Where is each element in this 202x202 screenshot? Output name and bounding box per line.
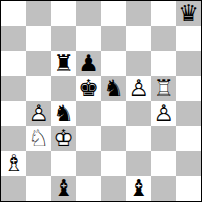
square-g7[interactable] — [151, 26, 176, 51]
square-c2[interactable] — [51, 151, 76, 176]
square-c1[interactable]: ♝ — [51, 176, 76, 201]
piece-white-pawn: ♟♙ — [151, 101, 176, 126]
square-d7[interactable] — [76, 26, 101, 51]
square-a8[interactable] — [1, 1, 26, 26]
square-f7[interactable] — [126, 26, 151, 51]
square-b8[interactable] — [26, 1, 51, 26]
piece-black-bishop: ♝ — [126, 176, 151, 201]
chess-board: ♛♜♟♚♞♟♙♜♖♟♙♞♟♙♞♘♚♔♝♗♝♝ — [0, 0, 202, 202]
square-h4[interactable] — [176, 101, 201, 126]
square-b2[interactable] — [26, 151, 51, 176]
square-b4[interactable]: ♟♙ — [26, 101, 51, 126]
square-a5[interactable] — [1, 76, 26, 101]
square-a7[interactable] — [1, 26, 26, 51]
square-c8[interactable] — [51, 1, 76, 26]
square-d1[interactable] — [76, 176, 101, 201]
piece-black-rook: ♜ — [51, 51, 76, 76]
square-f3[interactable] — [126, 126, 151, 151]
piece-white-pawn: ♟♙ — [126, 76, 151, 101]
piece-black-queen: ♛ — [176, 1, 201, 26]
square-h1[interactable] — [176, 176, 201, 201]
square-b3[interactable]: ♞♘ — [26, 126, 51, 151]
square-d2[interactable] — [76, 151, 101, 176]
square-a1[interactable] — [1, 176, 26, 201]
piece-white-bishop: ♝♗ — [1, 151, 26, 176]
square-g3[interactable] — [151, 126, 176, 151]
square-e6[interactable] — [101, 51, 126, 76]
square-b6[interactable] — [26, 51, 51, 76]
square-b5[interactable] — [26, 76, 51, 101]
square-f4[interactable] — [126, 101, 151, 126]
square-f6[interactable] — [126, 51, 151, 76]
square-g4[interactable]: ♟♙ — [151, 101, 176, 126]
piece-white-pawn: ♟♙ — [26, 101, 51, 126]
square-h6[interactable] — [176, 51, 201, 76]
square-h2[interactable] — [176, 151, 201, 176]
square-g2[interactable] — [151, 151, 176, 176]
square-d5[interactable]: ♚ — [76, 76, 101, 101]
piece-black-knight: ♞ — [101, 76, 126, 101]
square-g6[interactable] — [151, 51, 176, 76]
square-e2[interactable] — [101, 151, 126, 176]
square-c5[interactable] — [51, 76, 76, 101]
piece-white-rook: ♜♖ — [151, 76, 176, 101]
square-d6[interactable]: ♟ — [76, 51, 101, 76]
square-a2[interactable]: ♝♗ — [1, 151, 26, 176]
square-b7[interactable] — [26, 26, 51, 51]
piece-black-bishop: ♝ — [51, 176, 76, 201]
square-h5[interactable] — [176, 76, 201, 101]
square-h8[interactable]: ♛ — [176, 1, 201, 26]
square-c7[interactable] — [51, 26, 76, 51]
square-e1[interactable] — [101, 176, 126, 201]
square-e3[interactable] — [101, 126, 126, 151]
square-e4[interactable] — [101, 101, 126, 126]
square-g1[interactable] — [151, 176, 176, 201]
square-e5[interactable]: ♞ — [101, 76, 126, 101]
square-f5[interactable]: ♟♙ — [126, 76, 151, 101]
square-f8[interactable] — [126, 1, 151, 26]
square-g5[interactable]: ♜♖ — [151, 76, 176, 101]
square-a4[interactable] — [1, 101, 26, 126]
square-c3[interactable]: ♚♔ — [51, 126, 76, 151]
piece-black-knight: ♞ — [51, 101, 76, 126]
square-h3[interactable] — [176, 126, 201, 151]
square-a6[interactable] — [1, 51, 26, 76]
square-e8[interactable] — [101, 1, 126, 26]
piece-white-knight: ♞♘ — [26, 126, 51, 151]
square-f2[interactable] — [126, 151, 151, 176]
square-h7[interactable] — [176, 26, 201, 51]
square-c6[interactable]: ♜ — [51, 51, 76, 76]
square-d8[interactable] — [76, 1, 101, 26]
piece-black-pawn: ♟ — [76, 51, 101, 76]
square-d4[interactable] — [76, 101, 101, 126]
square-g8[interactable] — [151, 1, 176, 26]
square-b1[interactable] — [26, 176, 51, 201]
square-e7[interactable] — [101, 26, 126, 51]
square-a3[interactable] — [1, 126, 26, 151]
piece-black-king: ♚ — [76, 76, 101, 101]
square-d3[interactable] — [76, 126, 101, 151]
square-f1[interactable]: ♝ — [126, 176, 151, 201]
piece-white-king: ♚♔ — [51, 126, 76, 151]
square-c4[interactable]: ♞ — [51, 101, 76, 126]
